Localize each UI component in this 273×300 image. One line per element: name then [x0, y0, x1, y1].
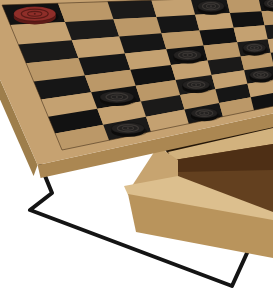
piece-center-dot [260, 74, 262, 76]
board-square-r1-c3 [107, 0, 156, 19]
board-square-r2-c5 [195, 13, 233, 30]
piece-center-dot [187, 54, 189, 56]
piece-center-dot [195, 84, 197, 86]
board-square-r2-c2 [65, 19, 119, 40]
piece-center-dot [34, 13, 36, 15]
checkers-table-scene [0, 0, 273, 300]
board-square-r2-c4 [157, 15, 200, 33]
piece-center-dot [116, 96, 118, 98]
board-square-r2-c3 [113, 17, 161, 37]
piece-center-dot [127, 127, 129, 129]
board-square-r1-c6 [226, 0, 261, 13]
board-square-r1-c4 [151, 0, 195, 17]
piece-center-dot [253, 47, 255, 49]
board-square-r1-c2 [58, 2, 113, 22]
piece-center-dot [203, 112, 205, 114]
black-checker [250, 70, 273, 83]
product-photo-stage [0, 0, 273, 300]
piece-center-dot [210, 5, 212, 7]
board-square-r2-c6 [230, 11, 265, 28]
